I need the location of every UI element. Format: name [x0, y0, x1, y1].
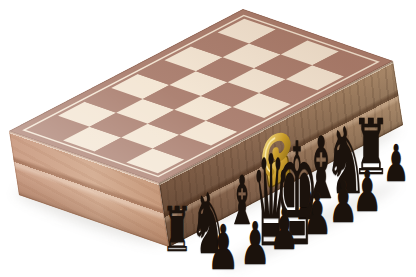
- rook-glyph: ♜: [162, 199, 193, 261]
- pawn-glyph: ♟: [383, 138, 410, 189]
- product-photo-scene: ♜♟♞♝♟♟♟♝♟♚♛♟♜♞♟♟: [0, 0, 416, 277]
- pawn-glyph: ♟: [269, 201, 299, 258]
- pawn-glyph: ♟: [207, 217, 239, 277]
- pawn-glyph: ♟: [240, 214, 271, 273]
- pawn-glyph: ♟: [328, 174, 358, 231]
- pieces-layer: ♜♟♞♝♟♟♟♝♟♚♛♟♜♞♟♟: [0, 0, 416, 277]
